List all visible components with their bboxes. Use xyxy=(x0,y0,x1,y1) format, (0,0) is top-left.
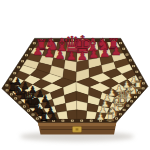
piece-red-P: ♟ xyxy=(88,47,99,61)
piece-red-P: ♟ xyxy=(55,48,66,62)
piece-natural-R: ♜ xyxy=(105,110,115,124)
piece-red-P: ♟ xyxy=(77,49,88,63)
board-cell xyxy=(57,111,68,119)
board-cell xyxy=(67,110,77,119)
piece-natural-P: ♟ xyxy=(96,111,105,122)
piece-red-P: ♟ xyxy=(33,44,44,58)
board-cell xyxy=(86,111,97,119)
piece-red-P: ♟ xyxy=(100,46,111,60)
piece-black-P: ♟ xyxy=(49,111,58,122)
piece-black-R: ♜ xyxy=(39,110,49,124)
piece-red-P: ♟ xyxy=(111,44,122,58)
three-player-chess-board: ♜♜♞♞♝♝♚♛♟♟♟♟♟♟♟♟♟♟♟♜♟♜♟♟♞♞♟♟♝♝♟♛♟♛♚♚♟♟♝♝… xyxy=(0,0,150,150)
photo-of-three-player-chess-set: ♜♜♞♞♝♝♚♛♟♟♟♟♟♟♟♟♟♟♟♜♟♜♟♟♞♞♟♟♝♝♟♛♟♛♚♚♟♟♝♝… xyxy=(0,0,150,150)
piece-red-P: ♟ xyxy=(66,49,77,63)
board-cell xyxy=(77,110,87,119)
piece-red-P: ♟ xyxy=(44,46,55,60)
brass-clasp xyxy=(73,127,82,133)
